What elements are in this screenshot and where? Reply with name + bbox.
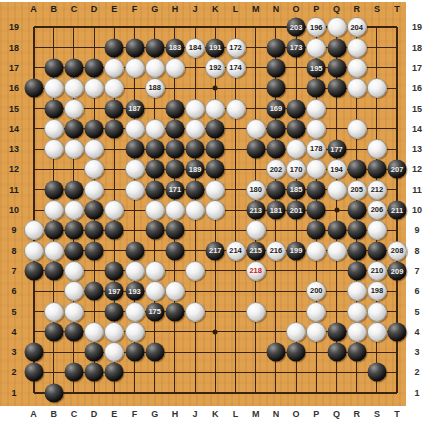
white-stone-S7[interactable]: 210 [367, 261, 387, 281]
row-label-left: 6 [11, 286, 16, 296]
black-stone-K14[interactable] [206, 119, 225, 138]
white-stone-H10[interactable] [165, 200, 185, 220]
move-number: 214 [229, 247, 242, 255]
white-stone-S11[interactable]: 212 [367, 180, 387, 200]
black-stone-E2[interactable] [105, 363, 124, 382]
white-stone-D16[interactable] [84, 78, 104, 98]
move-number: 194 [330, 166, 343, 174]
black-stone-A7[interactable] [24, 261, 43, 280]
white-stone-D4[interactable] [84, 322, 104, 342]
row-label-left: 13 [9, 144, 19, 154]
black-stone-R8[interactable] [347, 241, 366, 260]
white-stone-F17[interactable] [125, 58, 145, 78]
move-number: 189 [189, 166, 202, 174]
move-number: 204 [350, 24, 363, 32]
white-stone-E17[interactable] [104, 58, 124, 78]
white-stone-Q11[interactable] [327, 180, 347, 200]
white-stone-G17[interactable] [145, 58, 165, 78]
black-stone-P10[interactable] [307, 201, 326, 220]
black-stone-A3[interactable] [24, 343, 43, 362]
column-label-bottom: N [273, 409, 280, 419]
white-stone-O13[interactable] [286, 139, 306, 159]
black-stone-F3[interactable] [125, 343, 144, 362]
move-number: 205 [350, 186, 363, 194]
white-stone-J10[interactable] [185, 200, 205, 220]
black-stone-M8[interactable]: 215 [246, 241, 265, 260]
white-stone-B13[interactable] [44, 139, 64, 159]
column-label-bottom: P [313, 409, 319, 419]
move-number: 184 [189, 44, 202, 52]
white-stone-P8[interactable] [306, 241, 326, 261]
white-stone-P14[interactable] [306, 119, 326, 139]
move-number: 195 [310, 64, 323, 72]
white-stone-N12[interactable]: 202 [266, 159, 286, 179]
black-stone-P16[interactable] [307, 79, 326, 98]
row-label-left: 11 [9, 185, 19, 195]
black-stone-D8[interactable] [85, 241, 104, 260]
white-stone-J15[interactable] [185, 99, 205, 119]
white-stone-F11[interactable] [125, 180, 145, 200]
white-stone-P5[interactable] [306, 302, 326, 322]
black-stone-O15[interactable] [287, 99, 306, 118]
white-stone-C10[interactable] [64, 200, 84, 220]
white-stone-M11[interactable]: 180 [246, 180, 266, 200]
black-stone-J11[interactable] [186, 180, 205, 199]
white-stone-F12[interactable] [125, 159, 145, 179]
white-stone-B16[interactable] [44, 78, 64, 98]
white-stone-K11[interactable] [205, 180, 225, 200]
row-label-left: 15 [9, 104, 19, 114]
move-number: 216 [270, 247, 283, 255]
column-label-top: A [30, 4, 37, 14]
row-label-left: 1 [11, 388, 16, 398]
column-label-bottom: S [374, 409, 380, 419]
row-label-right: 5 [414, 307, 419, 317]
black-stone-O8[interactable]: 199 [287, 241, 306, 260]
move-number: 211 [391, 206, 403, 214]
white-stone-C13[interactable] [64, 139, 84, 159]
move-number: 171 [169, 186, 182, 194]
last-move-number: 218 [249, 267, 262, 275]
black-stone-S8[interactable] [367, 241, 386, 260]
column-label-bottom: J [193, 409, 198, 419]
white-stone-B5[interactable] [44, 302, 64, 322]
white-stone-R5[interactable] [347, 302, 367, 322]
white-stone-P15[interactable] [306, 99, 326, 119]
black-stone-N14[interactable] [266, 119, 285, 138]
black-stone-O19[interactable]: 203 [287, 18, 306, 37]
row-label-left: 3 [11, 347, 16, 357]
white-stone-R6[interactable] [347, 281, 367, 301]
black-stone-Q9[interactable] [327, 221, 346, 240]
black-stone-D9[interactable] [85, 221, 104, 240]
row-label-right: 7 [414, 266, 419, 276]
white-stone-L8[interactable]: 214 [226, 241, 246, 261]
black-stone-Q3[interactable] [327, 343, 346, 362]
column-label-bottom: T [394, 409, 400, 419]
black-stone-P11[interactable] [307, 180, 326, 199]
black-stone-T7[interactable]: 209 [388, 261, 407, 280]
black-stone-D2[interactable] [85, 363, 104, 382]
white-stone-D12[interactable] [84, 159, 104, 179]
white-stone-H6[interactable] [165, 281, 185, 301]
move-number: 169 [270, 105, 283, 113]
black-stone-H12[interactable] [165, 160, 184, 179]
black-stone-K8[interactable]: 217 [206, 241, 225, 260]
white-stone-J5[interactable] [185, 302, 205, 322]
move-number: 210 [371, 267, 384, 275]
black-stone-Q18[interactable] [327, 38, 346, 57]
black-stone-G9[interactable] [145, 221, 164, 240]
column-label-top: O [293, 4, 300, 14]
column-label-top: S [374, 4, 380, 14]
black-stone-O10[interactable]: 201 [287, 201, 306, 220]
column-label-bottom: L [233, 409, 239, 419]
white-stone-N8[interactable]: 216 [266, 241, 286, 261]
column-label-top: K [212, 4, 219, 14]
white-stone-G14[interactable] [145, 119, 165, 139]
white-stone-J14[interactable] [185, 119, 205, 139]
white-stone-R19[interactable]: 204 [347, 17, 367, 37]
black-stone-T12[interactable]: 207 [388, 160, 407, 179]
column-label-bottom: K [212, 409, 219, 419]
black-stone-G12[interactable] [145, 160, 164, 179]
black-stone-E7[interactable] [105, 261, 124, 280]
white-stone-R18[interactable] [347, 38, 367, 58]
black-stone-E18[interactable] [105, 38, 124, 57]
move-number: 178 [310, 145, 323, 153]
hoshi-point [213, 86, 218, 91]
black-stone-S2[interactable] [367, 363, 386, 382]
white-stone-G6[interactable] [145, 281, 165, 301]
white-stone-F7[interactable] [125, 261, 145, 281]
white-stone-F14[interactable] [125, 119, 145, 139]
white-stone-M9[interactable] [246, 220, 266, 240]
black-stone-B9[interactable] [44, 221, 63, 240]
white-stone-Q19[interactable] [327, 17, 347, 37]
black-stone-R3[interactable] [347, 343, 366, 362]
move-number: 181 [270, 206, 283, 214]
go-game-screenshot: AABBCCDDEEFFGGHHJJKKLLMMNNOOPPQQRRSSTT19… [0, 0, 435, 425]
white-stone-C15[interactable] [64, 99, 84, 119]
white-stone-E4[interactable] [104, 322, 124, 342]
black-stone-N17[interactable] [266, 58, 285, 77]
white-stone-P4[interactable] [306, 322, 326, 342]
black-stone-H9[interactable] [165, 221, 184, 240]
black-stone-D10[interactable] [85, 201, 104, 220]
black-stone-E6[interactable]: 197 [105, 282, 124, 301]
column-label-bottom: H [172, 409, 179, 419]
grid-line-horizontal [34, 311, 398, 312]
column-label-bottom: B [50, 409, 57, 419]
black-stone-G3[interactable] [145, 343, 164, 362]
black-stone-N13[interactable] [266, 140, 285, 159]
black-stone-E5[interactable] [105, 302, 124, 321]
white-stone-G16[interactable]: 188 [145, 78, 165, 98]
black-stone-Q17[interactable] [327, 58, 346, 77]
move-number: 170 [290, 166, 303, 174]
white-stone-B10[interactable] [44, 200, 64, 220]
white-stone-H17[interactable] [165, 58, 185, 78]
black-stone-H5[interactable] [165, 302, 184, 321]
white-stone-E10[interactable] [104, 200, 124, 220]
move-number: 177 [330, 145, 343, 153]
black-stone-J13[interactable] [186, 140, 205, 159]
column-label-top: M [252, 4, 260, 14]
black-stone-H13[interactable] [165, 140, 184, 159]
white-stone-M5[interactable] [246, 302, 266, 322]
black-stone-P17[interactable]: 195 [307, 58, 326, 77]
white-stone-R17[interactable] [347, 58, 367, 78]
black-stone-G18[interactable] [145, 38, 164, 57]
black-stone-O11[interactable]: 185 [287, 180, 306, 199]
column-label-bottom: G [151, 409, 158, 419]
white-stone-R4[interactable] [347, 322, 367, 342]
black-stone-T4[interactable] [388, 322, 407, 341]
white-stone-R16[interactable] [347, 78, 367, 98]
black-stone-C4[interactable] [64, 322, 83, 341]
black-stone-P9[interactable] [307, 221, 326, 240]
white-stone-L18[interactable]: 172 [226, 38, 246, 58]
black-stone-C8[interactable] [64, 241, 83, 260]
black-stone-N18[interactable] [266, 38, 285, 57]
black-stone-R9[interactable] [347, 221, 366, 240]
white-stone-P18[interactable] [306, 38, 326, 58]
column-label-bottom: Q [333, 409, 340, 419]
move-number: 175 [148, 308, 161, 316]
row-label-right: 17 [412, 63, 422, 73]
white-stone-B8[interactable] [44, 241, 64, 261]
move-number: 212 [371, 186, 384, 194]
white-stone-D13[interactable] [84, 139, 104, 159]
black-stone-K13[interactable] [206, 140, 225, 159]
black-stone-G5[interactable]: 175 [145, 302, 164, 321]
column-label-top: L [233, 4, 239, 14]
black-stone-B17[interactable] [44, 58, 63, 77]
white-stone-P6[interactable]: 200 [306, 281, 326, 301]
row-label-right: 1 [414, 388, 419, 398]
white-stone-C6[interactable] [64, 281, 84, 301]
black-stone-C17[interactable] [64, 58, 83, 77]
black-stone-B11[interactable] [44, 180, 63, 199]
black-stone-N11[interactable] [266, 180, 285, 199]
white-stone-K10[interactable] [205, 200, 225, 220]
grid-line-vertical [235, 27, 236, 392]
black-stone-K12[interactable] [206, 160, 225, 179]
white-stone-S13[interactable] [367, 139, 387, 159]
black-stone-F6[interactable]: 193 [125, 282, 144, 301]
column-label-top: G [151, 4, 158, 14]
column-label-top: Q [333, 4, 340, 14]
black-stone-F13[interactable] [125, 140, 144, 159]
column-label-top: P [313, 4, 319, 14]
row-label-right: 11 [412, 185, 422, 195]
column-label-top: H [172, 4, 179, 14]
black-stone-G13[interactable] [145, 140, 164, 159]
row-label-right: 12 [412, 164, 422, 174]
black-stone-D17[interactable] [85, 58, 104, 77]
column-label-top: E [111, 4, 117, 14]
black-stone-C14[interactable] [64, 119, 83, 138]
move-number: 207 [391, 166, 404, 174]
black-stone-N15[interactable]: 169 [266, 99, 285, 118]
black-stone-E9[interactable] [105, 221, 124, 240]
white-stone-C5[interactable] [64, 302, 84, 322]
black-stone-G11[interactable] [145, 180, 164, 199]
white-stone-M14[interactable] [246, 119, 266, 139]
move-number: 209 [391, 267, 404, 275]
row-label-right: 14 [412, 124, 422, 134]
move-number: 197 [108, 287, 121, 295]
black-stone-M13[interactable] [246, 140, 265, 159]
move-number: 193 [128, 287, 141, 295]
row-label-right: 4 [414, 327, 419, 337]
black-stone-N3[interactable] [266, 343, 285, 362]
black-stone-S12[interactable] [367, 160, 386, 179]
white-stone-O4[interactable] [286, 322, 306, 342]
white-stone-Q8[interactable] [327, 241, 347, 261]
white-stone-M7[interactable]: 218 [246, 261, 266, 281]
white-stone-E3[interactable] [104, 342, 124, 362]
white-stone-S4[interactable] [367, 322, 387, 342]
column-label-bottom: R [353, 409, 360, 419]
white-stone-C16[interactable] [64, 78, 84, 98]
black-stone-E15[interactable] [105, 99, 124, 118]
white-stone-A9[interactable] [24, 220, 44, 240]
black-stone-R12[interactable] [347, 160, 366, 179]
black-stone-H18[interactable]: 183 [165, 38, 184, 57]
black-stone-B1[interactable] [44, 383, 63, 402]
white-stone-P12[interactable] [306, 159, 326, 179]
black-stone-O3[interactable] [287, 343, 306, 362]
move-number: 206 [371, 206, 384, 214]
black-stone-F8[interactable] [125, 241, 144, 260]
black-stone-R10[interactable] [347, 201, 366, 220]
black-stone-O18[interactable]: 173 [287, 38, 306, 57]
row-label-right: 13 [412, 144, 422, 154]
white-stone-Q12[interactable]: 194 [327, 159, 347, 179]
move-number: 199 [290, 247, 303, 255]
black-stone-B7[interactable] [44, 261, 63, 280]
column-label-top: N [273, 4, 280, 14]
white-stone-S10[interactable]: 206 [367, 200, 387, 220]
white-stone-D11[interactable] [84, 180, 104, 200]
black-stone-A2[interactable] [24, 363, 43, 382]
black-stone-A16[interactable] [24, 79, 43, 98]
white-stone-R11[interactable]: 205 [347, 180, 367, 200]
move-number: 198 [371, 287, 384, 295]
white-stone-O12[interactable]: 170 [286, 159, 306, 179]
column-label-bottom: F [132, 409, 138, 419]
black-stone-M10[interactable]: 213 [246, 201, 265, 220]
black-stone-K18[interactable]: 191 [206, 38, 225, 57]
row-label-left: 12 [9, 164, 19, 174]
white-stone-P13[interactable]: 178 [306, 139, 326, 159]
white-stone-P19[interactable]: 196 [306, 17, 326, 37]
black-stone-H11[interactable]: 171 [165, 180, 184, 199]
black-stone-N10[interactable]: 181 [266, 201, 285, 220]
black-stone-N16[interactable] [266, 79, 285, 98]
black-stone-H8[interactable] [165, 241, 184, 260]
white-stone-G7[interactable] [145, 261, 165, 281]
white-stone-G10[interactable] [145, 200, 165, 220]
white-stone-L15[interactable] [226, 99, 246, 119]
black-stone-O14[interactable] [287, 119, 306, 138]
move-number: 172 [229, 44, 242, 52]
black-stone-C9[interactable] [64, 221, 83, 240]
row-label-left: 2 [11, 367, 16, 377]
white-stone-J18[interactable]: 184 [185, 38, 205, 58]
white-stone-L17[interactable]: 174 [226, 58, 246, 78]
black-stone-Q13[interactable]: 177 [327, 140, 346, 159]
black-stone-F18[interactable] [125, 38, 144, 57]
white-stone-B14[interactable] [44, 119, 64, 139]
black-stone-Q16[interactable] [327, 79, 346, 98]
white-stone-J7[interactable] [185, 261, 205, 281]
move-number: 180 [249, 186, 262, 194]
white-stone-A8[interactable] [24, 241, 44, 261]
row-label-left: 14 [9, 124, 19, 134]
black-stone-Q4[interactable] [327, 322, 346, 341]
black-stone-D3[interactable] [85, 343, 104, 362]
black-stone-B4[interactable] [44, 322, 63, 341]
row-label-left: 10 [9, 205, 19, 215]
black-stone-H14[interactable] [165, 119, 184, 138]
black-stone-C2[interactable] [64, 363, 83, 382]
black-stone-J12[interactable]: 189 [186, 160, 205, 179]
row-label-left: 7 [11, 266, 16, 276]
white-stone-F5[interactable] [125, 302, 145, 322]
grid-line-horizontal [34, 392, 398, 394]
black-stone-E14[interactable] [105, 119, 124, 138]
white-stone-R14[interactable] [347, 119, 367, 139]
row-label-left: 16 [9, 83, 19, 93]
black-stone-H15[interactable] [165, 99, 184, 118]
column-label-top: J [193, 4, 198, 14]
white-stone-T8[interactable]: 208 [387, 241, 407, 261]
white-stone-K15[interactable] [205, 99, 225, 119]
black-stone-F15[interactable]: 187 [125, 99, 144, 118]
black-stone-B15[interactable] [44, 99, 63, 118]
row-label-left: 8 [11, 246, 16, 256]
column-label-bottom: O [293, 409, 300, 419]
white-stone-C7[interactable] [64, 261, 84, 281]
black-stone-D14[interactable] [85, 119, 104, 138]
row-label-right: 8 [414, 246, 419, 256]
column-label-top: R [353, 4, 360, 14]
row-label-left: 17 [9, 63, 19, 73]
move-number: 213 [249, 206, 262, 214]
white-stone-S16[interactable] [367, 78, 387, 98]
row-label-right: 16 [412, 83, 422, 93]
grid-line-horizontal [34, 270, 398, 271]
row-label-right: 6 [414, 286, 419, 296]
white-stone-S6[interactable]: 198 [367, 281, 387, 301]
black-stone-D6[interactable] [85, 282, 104, 301]
white-stone-S5[interactable] [367, 302, 387, 322]
white-stone-F4[interactable] [125, 322, 145, 342]
column-label-bottom: M [252, 409, 260, 419]
row-label-right: 19 [412, 22, 422, 32]
white-stone-K17[interactable]: 192 [205, 58, 225, 78]
white-stone-S9[interactable] [367, 220, 387, 240]
move-number: 208 [391, 247, 404, 255]
row-label-left: 9 [11, 225, 16, 235]
black-stone-T10[interactable]: 211 [388, 201, 407, 220]
black-stone-C11[interactable] [64, 180, 83, 199]
black-stone-R7[interactable] [347, 261, 366, 280]
white-stone-E16[interactable] [104, 78, 124, 98]
